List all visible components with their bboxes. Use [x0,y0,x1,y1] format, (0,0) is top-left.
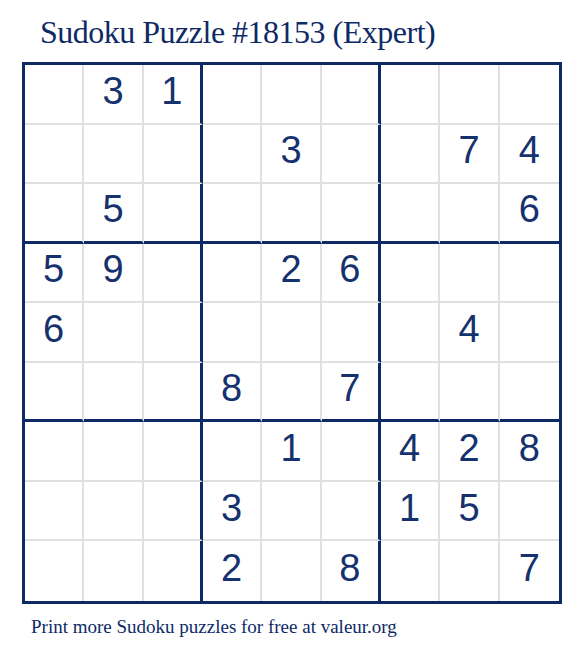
cell-r8c3[interactable] [144,482,203,542]
cell-r6c6-given[interactable]: 7 [322,363,381,423]
cell-r1c6[interactable] [322,65,381,125]
cell-r3c8[interactable] [440,184,499,244]
cell-r2c9-given[interactable]: 4 [500,125,559,185]
cell-r7c3[interactable] [144,422,203,482]
cell-r9c4-given[interactable]: 2 [203,541,262,601]
cell-r4c7[interactable] [381,244,440,304]
cell-r9c8[interactable] [440,541,499,601]
cell-r5c4[interactable] [203,303,262,363]
cell-r1c9[interactable] [500,65,559,125]
cell-r8c7-given[interactable]: 1 [381,482,440,542]
cell-r2c6[interactable] [322,125,381,185]
cell-r3c4[interactable] [203,184,262,244]
cell-r3c1[interactable] [25,184,84,244]
cell-r6c8[interactable] [440,363,499,423]
cell-r6c9[interactable] [500,363,559,423]
cell-r2c5-given[interactable]: 3 [262,125,321,185]
cell-r1c8[interactable] [440,65,499,125]
cell-r5c7[interactable] [381,303,440,363]
cell-r5c6[interactable] [322,303,381,363]
cell-r2c7[interactable] [381,125,440,185]
cell-r6c2[interactable] [84,363,143,423]
cell-r3c2-given[interactable]: 5 [84,184,143,244]
cell-r2c1[interactable] [25,125,84,185]
page-title: Sudoku Puzzle #18153 (Expert) [40,14,435,51]
cell-r5c8-given[interactable]: 4 [440,303,499,363]
cell-r5c9[interactable] [500,303,559,363]
cell-r3c7[interactable] [381,184,440,244]
cell-r2c8-given[interactable]: 7 [440,125,499,185]
cell-r6c3[interactable] [144,363,203,423]
cell-r2c3[interactable] [144,125,203,185]
cell-r5c2[interactable] [84,303,143,363]
cell-r6c7[interactable] [381,363,440,423]
cell-r1c1[interactable] [25,65,84,125]
cell-r9c1[interactable] [25,541,84,601]
cell-r9c7[interactable] [381,541,440,601]
cell-r7c2[interactable] [84,422,143,482]
cell-r7c6[interactable] [322,422,381,482]
cell-r8c8-given[interactable]: 5 [440,482,499,542]
cell-r8c5[interactable] [262,482,321,542]
cell-r5c1-given[interactable]: 6 [25,303,84,363]
cell-r8c9[interactable] [500,482,559,542]
cell-r4c9[interactable] [500,244,559,304]
cell-r8c1[interactable] [25,482,84,542]
cell-r2c4[interactable] [203,125,262,185]
cell-r7c1[interactable] [25,422,84,482]
cell-r4c3[interactable] [144,244,203,304]
cell-r8c2[interactable] [84,482,143,542]
cell-r8c6[interactable] [322,482,381,542]
sudoku-grid: 3137456592664871428315287 [22,62,562,604]
cell-r9c2[interactable] [84,541,143,601]
footer-text: Print more Sudoku puzzles for free at va… [31,616,397,638]
cell-r4c1-given[interactable]: 5 [25,244,84,304]
cell-r9c9-given[interactable]: 7 [500,541,559,601]
cell-r9c6-given[interactable]: 8 [322,541,381,601]
cell-r1c7[interactable] [381,65,440,125]
cell-r7c4[interactable] [203,422,262,482]
cell-r7c7-given[interactable]: 4 [381,422,440,482]
cell-r1c5[interactable] [262,65,321,125]
cell-r4c5-given[interactable]: 2 [262,244,321,304]
cell-r3c6[interactable] [322,184,381,244]
cell-r9c3[interactable] [144,541,203,601]
cell-r3c5[interactable] [262,184,321,244]
cell-r3c9-given[interactable]: 6 [500,184,559,244]
cell-r3c3[interactable] [144,184,203,244]
page-root: Sudoku Puzzle #18153 (Expert) 3137456592… [0,0,580,651]
cell-r4c8[interactable] [440,244,499,304]
cell-r6c4-given[interactable]: 8 [203,363,262,423]
cell-r1c4[interactable] [203,65,262,125]
cell-r6c1[interactable] [25,363,84,423]
cell-r4c6-given[interactable]: 6 [322,244,381,304]
cell-r4c4[interactable] [203,244,262,304]
cell-r7c8-given[interactable]: 2 [440,422,499,482]
cell-r1c3-given[interactable]: 1 [144,65,203,125]
cell-r6c5[interactable] [262,363,321,423]
cell-r2c2[interactable] [84,125,143,185]
cell-r1c2-given[interactable]: 3 [84,65,143,125]
cell-r5c5[interactable] [262,303,321,363]
cell-r7c5-given[interactable]: 1 [262,422,321,482]
cell-r8c4-given[interactable]: 3 [203,482,262,542]
cell-r9c5[interactable] [262,541,321,601]
cell-r7c9-given[interactable]: 8 [500,422,559,482]
cell-r5c3[interactable] [144,303,203,363]
cell-r4c2-given[interactable]: 9 [84,244,143,304]
